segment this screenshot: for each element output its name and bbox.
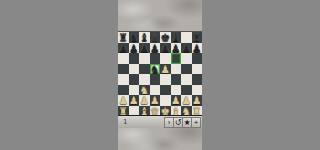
square-g7[interactable]: ♟ bbox=[181, 43, 192, 54]
square-d8[interactable]: ♛ bbox=[150, 32, 161, 43]
star-icon: ★ bbox=[183, 118, 190, 127]
square-e3[interactable] bbox=[160, 85, 171, 96]
square-f8[interactable]: ♝ bbox=[171, 32, 182, 43]
square-b2[interactable]: ♟ bbox=[129, 95, 140, 106]
piece-white-pawn: ♟ bbox=[129, 95, 138, 106]
square-g3[interactable] bbox=[181, 85, 192, 96]
square-h3[interactable] bbox=[192, 85, 203, 96]
square-a5[interactable] bbox=[118, 64, 129, 75]
piece-black-knight: ♞ bbox=[150, 64, 159, 75]
square-a6[interactable] bbox=[118, 53, 129, 64]
piece-white-knight: ♞ bbox=[140, 85, 149, 96]
square-c6[interactable] bbox=[139, 53, 150, 64]
piece-white-pawn: ♟ bbox=[140, 95, 149, 106]
square-d7[interactable]: ♟ bbox=[150, 43, 161, 54]
piece-black-pawn: ♟ bbox=[129, 43, 138, 54]
undo-icon: ↺ bbox=[175, 118, 182, 127]
square-b7[interactable]: ♟ bbox=[129, 43, 140, 54]
square-e5[interactable]: ♟ bbox=[160, 64, 171, 75]
piece-white-pawn: ♟ bbox=[192, 95, 201, 106]
square-e4[interactable] bbox=[160, 74, 171, 85]
piece-black-pawn: ♟ bbox=[140, 43, 149, 54]
square-f6[interactable] bbox=[171, 53, 182, 64]
square-a4[interactable] bbox=[118, 74, 129, 85]
square-c4[interactable] bbox=[139, 74, 150, 85]
piece-white-pawn: ♟ bbox=[182, 95, 191, 106]
square-g5[interactable] bbox=[181, 64, 192, 75]
square-f7[interactable]: ♟ bbox=[171, 43, 182, 54]
square-d2[interactable]: ♟ bbox=[150, 95, 161, 106]
background-top bbox=[118, 0, 202, 31]
square-c3[interactable]: ♞ bbox=[139, 85, 150, 96]
square-f3[interactable] bbox=[171, 85, 182, 96]
piece-black-rook: ♜ bbox=[192, 32, 201, 43]
square-b3[interactable] bbox=[129, 85, 140, 96]
plus-icon: + bbox=[194, 118, 199, 127]
toolbar-button-group: › ↺ ★ + bbox=[165, 117, 201, 128]
square-e2[interactable] bbox=[160, 95, 171, 106]
square-f2[interactable]: ♟ bbox=[171, 95, 182, 106]
square-h5[interactable] bbox=[192, 64, 203, 75]
piece-black-bishop: ♝ bbox=[140, 32, 149, 43]
chess-app-screen: ♜♞♝♛♚♝♜♟♟♟♟♟♟♟♟♞♟♞♟♟♟♟♟♟♟♜♝♛♚♝♞♜ 1 › ↺ ★… bbox=[118, 0, 202, 150]
piece-white-pawn: ♟ bbox=[171, 95, 180, 106]
chess-board[interactable]: ♜♞♝♛♚♝♜♟♟♟♟♟♟♟♟♞♟♞♟♟♟♟♟♟♟♜♝♛♚♝♞♜ bbox=[118, 31, 202, 116]
square-c8[interactable]: ♝ bbox=[139, 32, 150, 43]
square-d6[interactable] bbox=[150, 53, 161, 64]
piece-black-pawn: ♟ bbox=[182, 43, 191, 54]
piece-black-bishop: ♝ bbox=[171, 32, 180, 43]
square-c2[interactable]: ♟ bbox=[139, 95, 150, 106]
toolbar: 1 › ↺ ★ + bbox=[118, 115, 202, 128]
square-c5[interactable] bbox=[139, 64, 150, 75]
piece-black-rook: ♜ bbox=[119, 32, 128, 43]
square-h4[interactable] bbox=[192, 74, 203, 85]
square-f5[interactable] bbox=[171, 64, 182, 75]
square-c7[interactable]: ♟ bbox=[139, 43, 150, 54]
piece-black-pawn: ♟ bbox=[150, 43, 159, 54]
piece-black-pawn: ♟ bbox=[161, 43, 170, 54]
square-b5[interactable] bbox=[129, 64, 140, 75]
square-h7[interactable]: ♟ bbox=[192, 43, 203, 54]
square-g2[interactable]: ♟ bbox=[181, 95, 192, 106]
square-a3[interactable] bbox=[118, 85, 129, 96]
piece-white-pawn: ♟ bbox=[161, 64, 170, 75]
square-h8[interactable]: ♜ bbox=[192, 32, 203, 43]
square-g8[interactable] bbox=[181, 32, 192, 43]
square-e8[interactable]: ♚ bbox=[160, 32, 171, 43]
square-b4[interactable] bbox=[129, 74, 140, 85]
piece-black-king: ♚ bbox=[161, 32, 170, 43]
square-a7[interactable]: ♟ bbox=[118, 43, 129, 54]
piece-black-pawn: ♟ bbox=[171, 43, 180, 54]
square-b6[interactable] bbox=[129, 53, 140, 64]
new-game-button[interactable]: + bbox=[191, 117, 201, 128]
piece-black-pawn: ♟ bbox=[192, 43, 201, 54]
square-h6[interactable] bbox=[192, 53, 203, 64]
square-a2[interactable]: ♟ bbox=[118, 95, 129, 106]
background-bottom bbox=[118, 128, 202, 150]
square-g6[interactable] bbox=[181, 53, 192, 64]
piece-black-queen: ♛ bbox=[150, 32, 159, 43]
square-e7[interactable]: ♟ bbox=[160, 43, 171, 54]
square-d5[interactable]: ♞ bbox=[150, 64, 161, 75]
piece-white-pawn: ♟ bbox=[150, 95, 159, 106]
square-e6[interactable] bbox=[160, 53, 171, 64]
square-a8[interactable]: ♜ bbox=[118, 32, 129, 43]
square-d4[interactable] bbox=[150, 74, 161, 85]
piece-black-knight: ♞ bbox=[129, 32, 138, 43]
square-d3[interactable] bbox=[150, 85, 161, 96]
square-h2[interactable]: ♟ bbox=[192, 95, 203, 106]
forward-icon: › bbox=[168, 118, 171, 127]
square-b8[interactable]: ♞ bbox=[129, 32, 140, 43]
piece-black-pawn: ♟ bbox=[119, 43, 128, 54]
piece-white-pawn: ♟ bbox=[119, 95, 128, 106]
move-number-label: 1 bbox=[123, 118, 127, 126]
square-g4[interactable] bbox=[181, 74, 192, 85]
square-f4[interactable] bbox=[171, 74, 182, 85]
